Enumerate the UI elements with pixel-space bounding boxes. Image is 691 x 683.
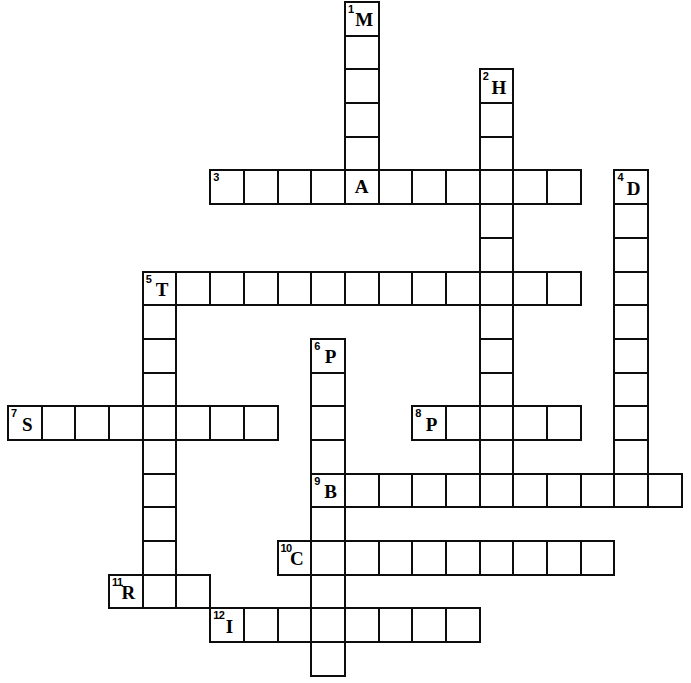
cell-letter: A	[345, 170, 379, 204]
cell-r5-c9[interactable]	[311, 170, 345, 204]
cell-letter: P	[412, 406, 446, 440]
crossword-page: 1M2H3A4D5T6P7S8P9B10C11R12I	[0, 0, 691, 683]
crossword-board: 1M2H3A4D5T6P7S8P9B10C11R12I	[8, 2, 682, 676]
cell-r12-c18[interactable]	[614, 406, 648, 440]
cell-r5-c12[interactable]	[412, 170, 446, 204]
cell-letter: D	[614, 170, 648, 204]
cell-r16-c8[interactable]: 10C	[278, 541, 312, 575]
cell-r19-c9[interactable]	[311, 642, 345, 676]
cell-r8-c16[interactable]	[547, 272, 581, 306]
cell-r8-c5[interactable]	[176, 272, 210, 306]
cell-r15-c4[interactable]	[143, 507, 177, 541]
cell-r9-c4[interactable]	[143, 305, 177, 339]
cell-r11-c14[interactable]	[480, 373, 514, 407]
cell-r16-c10[interactable]	[345, 541, 379, 575]
cell-r18-c10[interactable]	[345, 608, 379, 642]
cell-r14-c9[interactable]: 9B	[311, 474, 345, 508]
cell-letter: M	[345, 2, 379, 36]
cell-r10-c9[interactable]: 6P	[311, 339, 345, 373]
cell-r5-c11[interactable]	[379, 170, 413, 204]
cell-letter: I	[210, 608, 244, 642]
cell-r6-c14[interactable]	[480, 204, 514, 238]
cell-r7-c18[interactable]	[614, 238, 648, 272]
cell-r8-c11[interactable]	[379, 272, 413, 306]
cell-r12-c7[interactable]	[244, 406, 278, 440]
cell-letter: R	[109, 575, 143, 609]
cell-r12-c16[interactable]	[547, 406, 581, 440]
cell-letter: S	[8, 406, 42, 440]
cell-r8-c8[interactable]	[278, 272, 312, 306]
cell-letter: P	[311, 339, 345, 373]
cell-r14-c4[interactable]	[143, 474, 177, 508]
cell-r10-c4[interactable]	[143, 339, 177, 373]
cell-r18-c6[interactable]: 12I	[210, 608, 244, 642]
cell-letter: C	[278, 541, 312, 575]
cell-r12-c6[interactable]	[210, 406, 244, 440]
cell-r12-c0[interactable]: 7S	[8, 406, 42, 440]
cell-r16-c4[interactable]	[143, 541, 177, 575]
cell-r18-c9[interactable]	[311, 608, 345, 642]
cell-r13-c9[interactable]	[311, 440, 345, 474]
cell-r12-c13[interactable]	[446, 406, 480, 440]
cell-r14-c16[interactable]	[547, 474, 581, 508]
cell-r18-c7[interactable]	[244, 608, 278, 642]
cell-r5-c15[interactable]	[513, 170, 547, 204]
cell-r12-c4[interactable]	[143, 406, 177, 440]
cell-r8-c7[interactable]	[244, 272, 278, 306]
cell-r17-c5[interactable]	[176, 575, 210, 609]
cell-r17-c9[interactable]	[311, 575, 345, 609]
cell-r16-c17[interactable]	[581, 541, 615, 575]
cell-r1-c10[interactable]	[345, 36, 379, 70]
cell-r7-c14[interactable]	[480, 238, 514, 272]
cell-r12-c9[interactable]	[311, 406, 345, 440]
cell-r18-c8[interactable]	[278, 608, 312, 642]
cell-r10-c18[interactable]	[614, 339, 648, 373]
cell-r6-c18[interactable]	[614, 204, 648, 238]
cell-r18-c13[interactable]	[446, 608, 480, 642]
cell-r5-c13[interactable]	[446, 170, 480, 204]
cell-r13-c14[interactable]	[480, 440, 514, 474]
cell-r14-c14[interactable]	[480, 474, 514, 508]
cell-r14-c10[interactable]	[345, 474, 379, 508]
cell-r14-c12[interactable]	[412, 474, 446, 508]
cell-r2-c14[interactable]: 2H	[480, 69, 514, 103]
cell-letter: T	[143, 272, 177, 306]
cell-r3-c10[interactable]	[345, 103, 379, 137]
cell-r5-c16[interactable]	[547, 170, 581, 204]
cell-r2-c10[interactable]	[345, 69, 379, 103]
cell-r11-c9[interactable]	[311, 373, 345, 407]
cell-r5-c10[interactable]: A	[345, 170, 379, 204]
cell-r14-c18[interactable]	[614, 474, 648, 508]
cell-r4-c10[interactable]	[345, 137, 379, 171]
cell-r4-c14[interactable]	[480, 137, 514, 171]
cell-r12-c2[interactable]	[75, 406, 109, 440]
cell-r16-c14[interactable]	[480, 541, 514, 575]
cell-r17-c4[interactable]	[143, 575, 177, 609]
cell-r8-c15[interactable]	[513, 272, 547, 306]
cell-r12-c3[interactable]	[109, 406, 143, 440]
cell-r5-c18[interactable]: 4D	[614, 170, 648, 204]
cell-r5-c8[interactable]	[278, 170, 312, 204]
cell-r5-c6[interactable]: 3	[210, 170, 244, 204]
cell-r14-c15[interactable]	[513, 474, 547, 508]
cell-r14-c19[interactable]	[648, 474, 682, 508]
cell-r8-c12[interactable]	[412, 272, 446, 306]
cell-r3-c14[interactable]	[480, 103, 514, 137]
cell-r14-c13[interactable]	[446, 474, 480, 508]
cell-r16-c13[interactable]	[446, 541, 480, 575]
cell-r12-c12[interactable]: 8P	[412, 406, 446, 440]
cell-r12-c15[interactable]	[513, 406, 547, 440]
cell-r18-c12[interactable]	[412, 608, 446, 642]
cell-r16-c12[interactable]	[412, 541, 446, 575]
cell-r8-c18[interactable]	[614, 272, 648, 306]
clue-number: 3	[213, 172, 219, 183]
cell-r12-c14[interactable]	[480, 406, 514, 440]
cell-r16-c11[interactable]	[379, 541, 413, 575]
cell-r12-c1[interactable]	[42, 406, 76, 440]
cell-r9-c14[interactable]	[480, 305, 514, 339]
cell-r11-c18[interactable]	[614, 373, 648, 407]
cell-r12-c5[interactable]	[176, 406, 210, 440]
cell-r14-c17[interactable]	[581, 474, 615, 508]
cell-r9-c18[interactable]	[614, 305, 648, 339]
cell-r16-c16[interactable]	[547, 541, 581, 575]
cell-r13-c4[interactable]	[143, 440, 177, 474]
cell-letter: B	[311, 474, 345, 508]
cell-r5-c14[interactable]	[480, 170, 514, 204]
cell-r5-c7[interactable]	[244, 170, 278, 204]
cell-r0-c10[interactable]: 1M	[345, 2, 379, 36]
cell-r16-c9[interactable]	[311, 541, 345, 575]
cell-r15-c9[interactable]	[311, 507, 345, 541]
cell-r18-c11[interactable]	[379, 608, 413, 642]
cell-r8-c6[interactable]	[210, 272, 244, 306]
cell-r8-c4[interactable]: 5T	[143, 272, 177, 306]
cell-r8-c9[interactable]	[311, 272, 345, 306]
cell-r13-c18[interactable]	[614, 440, 648, 474]
cell-r16-c15[interactable]	[513, 541, 547, 575]
cell-r17-c3[interactable]: 11R	[109, 575, 143, 609]
cell-r11-c4[interactable]	[143, 373, 177, 407]
cell-r14-c11[interactable]	[379, 474, 413, 508]
cell-r8-c14[interactable]	[480, 272, 514, 306]
cell-r8-c10[interactable]	[345, 272, 379, 306]
cell-r10-c14[interactable]	[480, 339, 514, 373]
cell-r8-c13[interactable]	[446, 272, 480, 306]
cell-letter: H	[480, 69, 514, 103]
